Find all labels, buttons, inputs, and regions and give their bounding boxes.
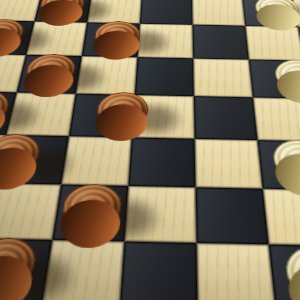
- square-r6c3[interactable]: [52, 184, 128, 241]
- checker-brown-r7c2[interactable]: [0, 237, 39, 291]
- square-r5c4[interactable]: [128, 137, 195, 187]
- square-r5c6[interactable]: [258, 140, 300, 190]
- checkers-board: [0, 0, 300, 300]
- checker-brown-r4c3[interactable]: [95, 92, 149, 128]
- checker-cream-r5c6[interactable]: [271, 140, 300, 181]
- square-r4c1[interactable]: [0, 91, 17, 135]
- square-r1c2[interactable]: [34, 0, 92, 22]
- square-r4c3[interactable]: [69, 94, 135, 138]
- checker-cream-r1c6[interactable]: [254, 0, 300, 21]
- square-r7c5: [197, 243, 276, 300]
- checker-brown-r1c2[interactable]: [38, 0, 86, 17]
- square-r4c5[interactable]: [194, 96, 258, 140]
- square-r3c6[interactable]: [249, 60, 300, 99]
- square-r2c3[interactable]: [82, 22, 140, 57]
- square-r1c5: [192, 0, 245, 26]
- checker-brown-r4c1[interactable]: [0, 90, 12, 126]
- square-r3c4[interactable]: [135, 57, 194, 96]
- square-r7c6[interactable]: [269, 244, 300, 300]
- checker-brown-r2c3[interactable]: [93, 21, 141, 50]
- checker-brown-r6c3[interactable]: [60, 184, 123, 231]
- square-r1c4[interactable]: [140, 0, 193, 25]
- square-r5c2[interactable]: [0, 135, 69, 185]
- square-r7c4[interactable]: [120, 241, 198, 300]
- checker-brown-r2c1[interactable]: [0, 18, 27, 47]
- square-r7c2[interactable]: [0, 238, 52, 300]
- square-r2c6: [245, 26, 300, 61]
- square-r3c5: [193, 58, 253, 97]
- square-r5c5: [195, 139, 263, 189]
- checkers-board-photo: [0, 0, 300, 300]
- square-r4c6: [253, 97, 300, 141]
- square-r3c2[interactable]: [17, 55, 82, 94]
- checker-cream-r7c6[interactable]: [283, 246, 300, 300]
- checker-brown-r3c2[interactable]: [23, 54, 77, 86]
- square-r1c6[interactable]: [242, 0, 298, 27]
- square-r2c1[interactable]: [0, 20, 34, 55]
- checker-cream-r3c6[interactable]: [273, 59, 300, 91]
- checker-brown-r5c2[interactable]: [0, 134, 43, 175]
- square-r6c2: [0, 183, 61, 240]
- square-r6c6: [263, 189, 300, 246]
- square-r6c5[interactable]: [196, 187, 269, 244]
- square-r2c5[interactable]: [193, 25, 249, 60]
